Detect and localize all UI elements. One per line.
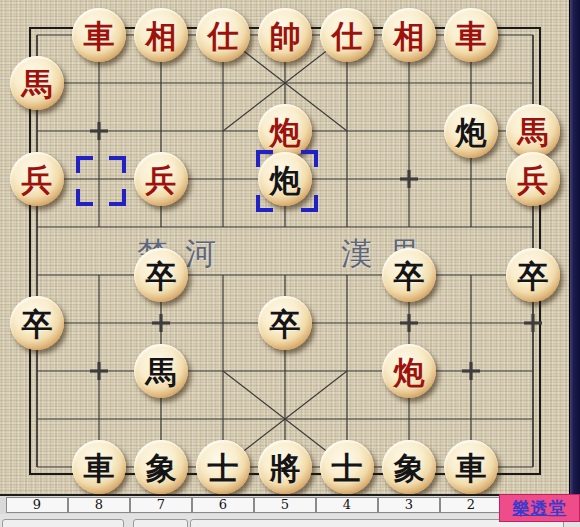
file-number-cell: 8 (68, 497, 130, 513)
piece-red-soldier[interactable]: 兵 (10, 152, 64, 206)
piece-black-cannon[interactable]: 炮 (444, 104, 498, 158)
piece-red-chariot[interactable]: 車 (72, 8, 126, 62)
xiangqi-app-window: 楚河 漢界 車相仕帥仕相車馬炮炮馬兵兵炮兵卒卒卒卒卒馬炮車象士將士象車 9876… (0, 0, 580, 527)
file-number-cell: 9 (6, 497, 68, 513)
file-number-strip: 987654321 (0, 496, 580, 514)
piece-red-cannon[interactable]: 炮 (382, 344, 436, 398)
piece-black-advisor[interactable]: 士 (320, 440, 374, 494)
bracket-corner (109, 189, 126, 206)
bracket-corner (109, 156, 126, 173)
piece-red-elephant[interactable]: 相 (134, 8, 188, 62)
bracket-corner (256, 150, 273, 167)
bracket-corner (301, 195, 318, 212)
file-number-cell: 4 (316, 497, 378, 513)
piece-red-general[interactable]: 帥 (258, 8, 312, 62)
bottom-panel-box (133, 519, 188, 527)
bracket-corner (76, 189, 93, 206)
piece-black-soldier[interactable]: 卒 (382, 248, 436, 302)
bottom-ui-bar (0, 514, 580, 527)
piece-red-horse[interactable]: 馬 (506, 104, 560, 158)
piece-black-advisor[interactable]: 士 (196, 440, 250, 494)
bracket-corner (76, 156, 93, 173)
file-number-cell: 7 (130, 497, 192, 513)
piece-black-soldier[interactable]: 卒 (506, 248, 560, 302)
bracket-corner (301, 150, 318, 167)
piece-black-elephant[interactable]: 象 (382, 440, 436, 494)
file-number-cell: 5 (254, 497, 316, 513)
file-number-cell: 2 (440, 497, 502, 513)
window-right-edge-strip (569, 0, 580, 494)
piece-black-soldier[interactable]: 卒 (134, 248, 188, 302)
piece-red-chariot[interactable]: 車 (444, 8, 498, 62)
piece-black-general[interactable]: 將 (258, 440, 312, 494)
piece-black-elephant[interactable]: 象 (134, 440, 188, 494)
bottom-panel-box (2, 519, 124, 527)
piece-black-horse[interactable]: 馬 (134, 344, 188, 398)
piece-red-soldier[interactable]: 兵 (134, 152, 188, 206)
piece-red-soldier[interactable]: 兵 (506, 152, 560, 206)
piece-red-elephant[interactable]: 相 (382, 8, 436, 62)
board-grid (0, 0, 580, 494)
piece-black-soldier[interactable]: 卒 (258, 296, 312, 350)
piece-black-chariot[interactable]: 車 (444, 440, 498, 494)
piece-red-advisor[interactable]: 仕 (320, 8, 374, 62)
letou-tang-logo[interactable]: 樂透堂 (499, 494, 580, 522)
piece-red-advisor[interactable]: 仕 (196, 8, 250, 62)
file-number-cell: 6 (192, 497, 254, 513)
piece-red-horse[interactable]: 馬 (10, 56, 64, 110)
piece-black-soldier[interactable]: 卒 (10, 296, 64, 350)
piece-black-chariot[interactable]: 車 (72, 440, 126, 494)
file-number-cell: 3 (378, 497, 440, 513)
bracket-corner (256, 195, 273, 212)
xiangqi-board[interactable]: 楚河 漢界 車相仕帥仕相車馬炮炮馬兵兵炮兵卒卒卒卒卒馬炮車象士將士象車 (0, 0, 580, 496)
